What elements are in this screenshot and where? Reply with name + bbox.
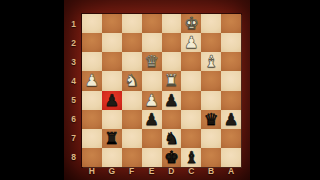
square-e1[interactable] [142, 14, 162, 33]
square-a7[interactable] [221, 129, 241, 148]
square-c1[interactable]: ♚ [181, 14, 201, 33]
rank-label-5: 5 [71, 95, 76, 105]
square-c8[interactable]: ♝ [181, 148, 201, 167]
square-f3[interactable] [122, 52, 142, 71]
square-c7[interactable] [181, 129, 201, 148]
square-a8[interactable] [221, 148, 241, 167]
black-king: ♚ [164, 148, 179, 167]
video-frame: 12345678 HGFEDCBA ♚♟♛♝♟♞♜♟♟♟♟♛♟♜♞♚♝ [0, 0, 320, 180]
square-a5[interactable] [221, 91, 241, 110]
square-f8[interactable] [122, 148, 142, 167]
square-h3[interactable] [82, 52, 102, 71]
square-f6[interactable] [122, 110, 142, 129]
square-f4[interactable]: ♞ [122, 71, 142, 90]
square-d6[interactable] [162, 110, 182, 129]
square-d8[interactable]: ♚ [162, 148, 182, 167]
square-e6[interactable]: ♟ [142, 110, 162, 129]
square-f2[interactable] [122, 33, 142, 52]
white-king: ♚ [184, 14, 199, 33]
square-a2[interactable] [221, 33, 241, 52]
square-d5[interactable]: ♟ [162, 91, 182, 110]
square-c6[interactable] [181, 110, 201, 129]
square-b8[interactable] [201, 148, 221, 167]
file-label-d: D [168, 166, 174, 176]
square-f1[interactable] [122, 14, 142, 33]
square-e2[interactable] [142, 33, 162, 52]
black-pawn: ♟ [164, 91, 179, 110]
square-h1[interactable] [82, 14, 102, 33]
square-g8[interactable] [102, 148, 122, 167]
rank-label-3: 3 [71, 57, 76, 67]
white-bishop: ♝ [204, 52, 219, 71]
black-rook: ♜ [104, 129, 119, 148]
square-h2[interactable] [82, 33, 102, 52]
black-bishop: ♝ [184, 148, 199, 167]
white-queen: ♛ [144, 52, 159, 71]
square-c2[interactable]: ♟ [181, 33, 201, 52]
square-e4[interactable] [142, 71, 162, 90]
rank-label-7: 7 [71, 133, 76, 143]
file-label-h: H [89, 166, 95, 176]
black-knight: ♞ [164, 129, 179, 148]
square-e3[interactable]: ♛ [142, 52, 162, 71]
square-d1[interactable] [162, 14, 182, 33]
square-h4[interactable]: ♟ [82, 71, 102, 90]
square-g5[interactable]: ♟ [102, 91, 122, 110]
square-g7[interactable]: ♜ [102, 129, 122, 148]
square-f7[interactable] [122, 129, 142, 148]
square-a1[interactable] [221, 14, 241, 33]
white-pawn: ♟ [184, 33, 199, 52]
rank-labels: 12345678 [67, 14, 80, 167]
square-b2[interactable] [201, 33, 221, 52]
square-c5[interactable] [181, 91, 201, 110]
rank-label-6: 6 [71, 114, 76, 124]
square-g4[interactable] [102, 71, 122, 90]
square-h5[interactable] [82, 91, 102, 110]
black-pawn: ♟ [224, 110, 239, 129]
square-g3[interactable] [102, 52, 122, 71]
rank-label-2: 2 [71, 38, 76, 48]
file-label-b: B [208, 166, 214, 176]
square-h6[interactable] [82, 110, 102, 129]
rank-label-4: 4 [71, 76, 76, 86]
square-e5[interactable]: ♟ [142, 91, 162, 110]
file-label-f: F [129, 166, 134, 176]
square-d7[interactable]: ♞ [162, 129, 182, 148]
square-d3[interactable] [162, 52, 182, 71]
black-pawn: ♟ [104, 91, 119, 110]
square-h8[interactable] [82, 148, 102, 167]
black-pawn: ♟ [144, 110, 159, 129]
rank-label-8: 8 [71, 152, 76, 162]
square-d4[interactable]: ♜ [162, 71, 182, 90]
square-b6[interactable]: ♛ [201, 110, 221, 129]
square-h7[interactable] [82, 129, 102, 148]
square-f5[interactable] [122, 91, 142, 110]
square-e8[interactable] [142, 148, 162, 167]
white-knight: ♞ [124, 71, 139, 90]
square-g2[interactable] [102, 33, 122, 52]
square-c3[interactable] [181, 52, 201, 71]
square-b1[interactable] [201, 14, 221, 33]
square-b5[interactable] [201, 91, 221, 110]
square-b7[interactable] [201, 129, 221, 148]
square-c4[interactable] [181, 71, 201, 90]
square-d2[interactable] [162, 33, 182, 52]
white-pawn: ♟ [144, 91, 159, 110]
square-b3[interactable]: ♝ [201, 52, 221, 71]
square-a6[interactable]: ♟ [221, 110, 241, 129]
chess-board: ♚♟♛♝♟♞♜♟♟♟♟♛♟♜♞♚♝ [82, 14, 241, 167]
black-queen: ♛ [204, 110, 219, 129]
white-rook: ♜ [164, 71, 179, 90]
file-label-g: G [109, 166, 116, 176]
square-a3[interactable] [221, 52, 241, 71]
white-pawn: ♟ [85, 71, 100, 90]
square-e7[interactable] [142, 129, 162, 148]
file-label-e: E [149, 166, 155, 176]
file-label-a: A [228, 166, 234, 176]
square-b4[interactable] [201, 71, 221, 90]
square-a4[interactable] [221, 71, 241, 90]
square-g1[interactable] [102, 14, 122, 33]
rank-label-1: 1 [71, 19, 76, 29]
chess-board-frame: 12345678 HGFEDCBA ♚♟♛♝♟♞♜♟♟♟♟♛♟♜♞♚♝ [64, 0, 250, 180]
square-g6[interactable] [102, 110, 122, 129]
file-label-c: C [188, 166, 194, 176]
